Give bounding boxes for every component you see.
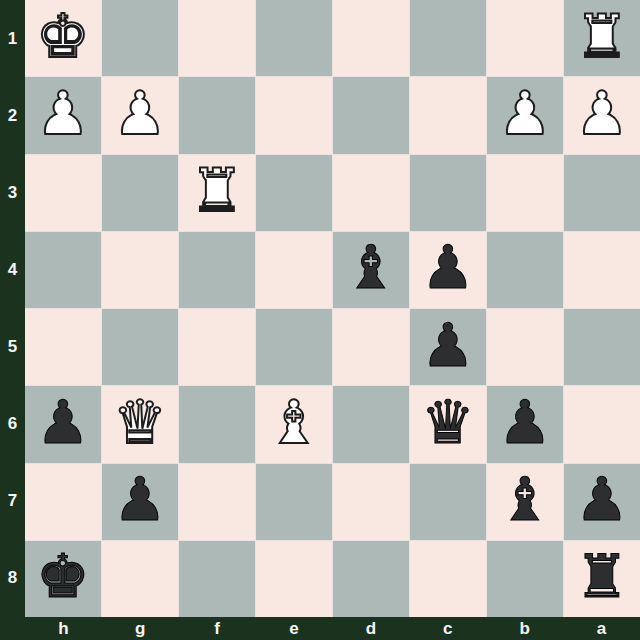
black-pawn-b6[interactable]: ♟ [498,386,552,461]
square-c6[interactable]: ♛ [410,386,486,462]
square-f1[interactable] [179,0,255,76]
square-g6[interactable]: ♛ [102,386,178,462]
square-d1[interactable] [333,0,409,76]
square-g3[interactable] [102,155,178,231]
file-labels: hgfedcba [0,617,640,640]
square-c3[interactable] [410,155,486,231]
square-f8[interactable] [179,541,255,617]
square-e6[interactable]: ♝ [256,386,332,462]
black-pawn-a7[interactable]: ♟ [575,464,629,539]
square-f7[interactable] [179,464,255,540]
square-h5[interactable] [25,309,101,385]
white-rook-f3[interactable]: ♜ [190,155,244,230]
square-b1[interactable] [487,0,563,76]
square-e5[interactable] [256,309,332,385]
rank-label-4: 4 [0,231,25,308]
square-f3[interactable]: ♜ [179,155,255,231]
white-pawn-b2[interactable]: ♟ [498,77,552,152]
square-b7[interactable]: ♝ [487,464,563,540]
square-h6[interactable]: ♟ [25,386,101,462]
square-d8[interactable] [333,541,409,617]
square-c7[interactable] [410,464,486,540]
square-f5[interactable] [179,309,255,385]
square-f4[interactable] [179,232,255,308]
square-e1[interactable] [256,0,332,76]
square-h4[interactable] [25,232,101,308]
black-pawn-c4[interactable]: ♟ [421,232,475,307]
square-a2[interactable]: ♟ [564,77,640,153]
square-e4[interactable] [256,232,332,308]
square-c8[interactable] [410,541,486,617]
square-a1[interactable]: ♜ [564,0,640,76]
file-label-cells: hgfedcba [25,617,640,640]
file-label-f: f [179,617,256,640]
square-d5[interactable] [333,309,409,385]
white-queen-g6[interactable]: ♛ [113,386,167,461]
file-label-a: a [563,617,640,640]
white-king-h1[interactable]: ♚ [36,0,90,75]
file-label-h: h [25,617,102,640]
square-g7[interactable]: ♟ [102,464,178,540]
black-queen-c6[interactable]: ♛ [421,386,475,461]
square-a4[interactable] [564,232,640,308]
square-c1[interactable] [410,0,486,76]
rank-label-7: 7 [0,463,25,540]
square-b3[interactable] [487,155,563,231]
square-h2[interactable]: ♟ [25,77,101,153]
white-pawn-g2[interactable]: ♟ [113,77,167,152]
file-label-c: c [409,617,486,640]
square-e7[interactable] [256,464,332,540]
square-a3[interactable] [564,155,640,231]
black-bishop-d4[interactable]: ♝ [344,232,398,307]
square-f2[interactable] [179,77,255,153]
file-label-d: d [333,617,410,640]
square-g1[interactable] [102,0,178,76]
black-rook-a8[interactable]: ♜ [575,541,629,616]
square-b2[interactable]: ♟ [487,77,563,153]
square-c4[interactable]: ♟ [410,232,486,308]
black-pawn-c5[interactable]: ♟ [421,309,475,384]
file-label-g: g [102,617,179,640]
rank-label-1: 1 [0,0,25,77]
black-pawn-h6[interactable]: ♟ [36,386,90,461]
rank-label-2: 2 [0,77,25,154]
square-a6[interactable] [564,386,640,462]
square-a7[interactable]: ♟ [564,464,640,540]
rank-label-8: 8 [0,540,25,617]
square-a5[interactable] [564,309,640,385]
black-pawn-g7[interactable]: ♟ [113,464,167,539]
chess-board: ♚♜♟♟♟♟♜♝♟♟♟♛♝♛♟♟♝♟♚♜ [25,0,640,617]
square-h3[interactable] [25,155,101,231]
square-g4[interactable] [102,232,178,308]
square-f6[interactable] [179,386,255,462]
black-bishop-b7[interactable]: ♝ [498,464,552,539]
square-g2[interactable]: ♟ [102,77,178,153]
white-pawn-h2[interactable]: ♟ [36,77,90,152]
square-b6[interactable]: ♟ [487,386,563,462]
white-bishop-e6[interactable]: ♝ [267,386,321,461]
file-label-e: e [256,617,333,640]
white-rook-a1[interactable]: ♜ [575,0,629,75]
square-d2[interactable] [333,77,409,153]
white-pawn-a2[interactable]: ♟ [575,77,629,152]
square-e8[interactable] [256,541,332,617]
square-c5[interactable]: ♟ [410,309,486,385]
square-d6[interactable] [333,386,409,462]
square-c2[interactable] [410,77,486,153]
square-d3[interactable] [333,155,409,231]
square-d4[interactable]: ♝ [333,232,409,308]
file-label-b: b [486,617,563,640]
corner-spacer [0,617,25,640]
rank-label-3: 3 [0,154,25,231]
square-g8[interactable] [102,541,178,617]
square-h8[interactable]: ♚ [25,541,101,617]
square-b5[interactable] [487,309,563,385]
rank-label-6: 6 [0,386,25,463]
square-a8[interactable]: ♜ [564,541,640,617]
square-h7[interactable] [25,464,101,540]
square-e2[interactable] [256,77,332,153]
square-d7[interactable] [333,464,409,540]
square-b8[interactable] [487,541,563,617]
chess-board-frame: 12345678 ♚♜♟♟♟♟♜♝♟♟♟♛♝♛♟♟♝♟♚♜ hgfedcba [0,0,640,640]
square-e3[interactable] [256,155,332,231]
black-king-h8[interactable]: ♚ [36,541,90,616]
rank-label-5: 5 [0,309,25,386]
square-h1[interactable]: ♚ [25,0,101,76]
square-b4[interactable] [487,232,563,308]
square-g5[interactable] [102,309,178,385]
rank-labels: 12345678 [0,0,25,617]
